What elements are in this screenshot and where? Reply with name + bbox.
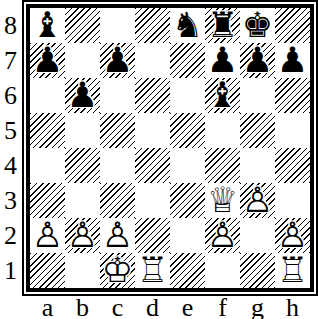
square-d8 [135,8,170,43]
rank-labels: 87654321 [0,0,22,296]
white-pawn: ♙ [275,218,310,253]
white-pawn: ♙ [100,218,135,253]
black-king: ♚ [240,8,275,43]
rank-label-5: 5 [0,113,22,148]
square-b6: ♟ [65,78,100,113]
square-d7 [135,43,170,78]
black-pawn: ♟ [240,43,275,78]
square-h8 [275,8,310,43]
square-g8: ♚ [240,8,275,43]
square-c7: ♟ [100,43,135,78]
square-f1 [205,253,240,288]
square-d4 [135,148,170,183]
chess-diagram: 87654321 ♝♞♜♚♟♟♟♟♟♟♝♕♙♙♙♙♙♙♔♖♖ abcdefgh [0,0,318,319]
rank-label-8: 8 [0,8,22,43]
square-c1: ♔ [100,253,135,288]
rank-label-4: 4 [0,148,22,183]
square-f3: ♕ [205,183,240,218]
black-pawn: ♟ [30,43,65,78]
square-h4 [275,148,310,183]
black-knight: ♞ [170,8,205,43]
file-label-a: a [30,296,65,319]
square-e5 [170,113,205,148]
square-a4 [30,148,65,183]
square-e4 [170,148,205,183]
square-g3: ♙ [240,183,275,218]
black-pawn: ♟ [100,43,135,78]
square-e7 [170,43,205,78]
white-queen: ♕ [205,183,240,218]
black-bishop: ♝ [30,8,65,43]
black-pawn: ♟ [65,78,100,113]
square-f8: ♜ [205,8,240,43]
board-grid: ♝♞♜♚♟♟♟♟♟♟♝♕♙♙♙♙♙♙♔♖♖ [30,8,310,288]
black-rook: ♜ [205,8,240,43]
black-bishop: ♝ [205,78,240,113]
square-b8 [65,8,100,43]
file-label-e: e [170,296,205,319]
square-e8: ♞ [170,8,205,43]
square-g2 [240,218,275,253]
square-b2: ♙ [65,218,100,253]
square-a8: ♝ [30,8,65,43]
square-b1 [65,253,100,288]
square-c8 [100,8,135,43]
white-rook: ♖ [275,253,310,288]
square-d1: ♖ [135,253,170,288]
square-g1 [240,253,275,288]
file-label-d: d [135,296,170,319]
file-label-f: f [205,296,240,319]
square-h7: ♟ [275,43,310,78]
white-pawn: ♙ [240,183,275,218]
square-h2: ♙ [275,218,310,253]
rank-label-6: 6 [0,78,22,113]
file-label-g: g [240,296,275,319]
square-a3 [30,183,65,218]
black-pawn: ♟ [275,43,310,78]
square-g5 [240,113,275,148]
square-b4 [65,148,100,183]
white-pawn: ♙ [30,218,65,253]
white-pawn: ♙ [65,218,100,253]
square-f2: ♙ [205,218,240,253]
square-f6: ♝ [205,78,240,113]
square-h5 [275,113,310,148]
square-h1: ♖ [275,253,310,288]
square-h6 [275,78,310,113]
black-pawn: ♟ [205,43,240,78]
square-g4 [240,148,275,183]
square-g6 [240,78,275,113]
square-c5 [100,113,135,148]
square-f7: ♟ [205,43,240,78]
square-a6 [30,78,65,113]
file-label-c: c [100,296,135,319]
rank-label-7: 7 [0,43,22,78]
square-a5 [30,113,65,148]
square-b5 [65,113,100,148]
square-c4 [100,148,135,183]
file-labels: abcdefgh [22,296,318,319]
board-border-outer: ♝♞♜♚♟♟♟♟♟♟♝♕♙♙♙♙♙♙♔♖♖ [22,0,318,296]
square-c6 [100,78,135,113]
rank-label-1: 1 [0,253,22,288]
square-f5 [205,113,240,148]
rank-label-2: 2 [0,218,22,253]
square-h3 [275,183,310,218]
square-d2 [135,218,170,253]
file-label-b: b [65,296,100,319]
square-g7: ♟ [240,43,275,78]
square-d5 [135,113,170,148]
square-b3 [65,183,100,218]
square-c2: ♙ [100,218,135,253]
square-a1 [30,253,65,288]
white-rook: ♖ [135,253,170,288]
square-e1 [170,253,205,288]
square-d3 [135,183,170,218]
square-a2: ♙ [30,218,65,253]
square-c3 [100,183,135,218]
square-e3 [170,183,205,218]
square-a7: ♟ [30,43,65,78]
file-label-h: h [275,296,310,319]
square-d6 [135,78,170,113]
white-pawn: ♙ [205,218,240,253]
square-e6 [170,78,205,113]
board-border-inner: ♝♞♜♚♟♟♟♟♟♟♝♕♙♙♙♙♙♙♔♖♖ [26,4,314,292]
square-b7 [65,43,100,78]
square-f4 [205,148,240,183]
white-king: ♔ [100,253,135,288]
rank-label-3: 3 [0,183,22,218]
square-e2 [170,218,205,253]
